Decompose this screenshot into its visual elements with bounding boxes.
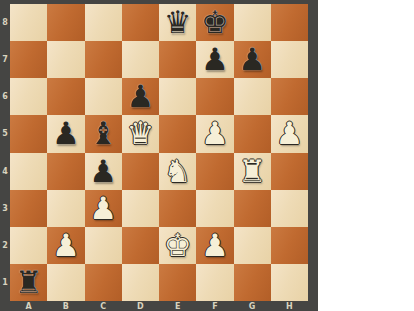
square-a5[interactable] <box>10 115 47 152</box>
square-h3[interactable] <box>271 190 308 227</box>
square-b2[interactable]: ♟ <box>47 227 84 264</box>
chess-board: ♛♚♟♟♟♟♝♛♟♟♟♞♜♟♟♚♟♜ <box>10 4 308 301</box>
white-queen[interactable]: ♛ <box>126 118 154 149</box>
square-e6[interactable] <box>159 78 196 115</box>
square-g2[interactable] <box>234 227 271 264</box>
square-c7[interactable] <box>85 41 122 78</box>
square-b8[interactable] <box>47 4 84 41</box>
square-e3[interactable] <box>159 190 196 227</box>
square-d7[interactable] <box>122 41 159 78</box>
square-c5[interactable]: ♝ <box>85 115 122 152</box>
black-queen[interactable]: ♛ <box>164 7 192 38</box>
rank-label-3: 3 <box>0 190 10 227</box>
square-d8[interactable] <box>122 4 159 41</box>
square-a6[interactable] <box>10 78 47 115</box>
square-h4[interactable] <box>271 153 308 190</box>
square-b5[interactable]: ♟ <box>47 115 84 152</box>
black-pawn[interactable]: ♟ <box>126 81 154 112</box>
square-g8[interactable] <box>234 4 271 41</box>
rank-label-8: 8 <box>0 4 10 41</box>
square-e5[interactable] <box>159 115 196 152</box>
square-g1[interactable] <box>234 264 271 301</box>
file-labels: ABCDEFGH <box>10 301 308 311</box>
square-d5[interactable]: ♛ <box>122 115 159 152</box>
square-b4[interactable] <box>47 153 84 190</box>
file-label-b: B <box>47 301 84 311</box>
white-pawn[interactable]: ♟ <box>275 118 303 149</box>
square-f1[interactable] <box>196 264 233 301</box>
black-rook[interactable]: ♜ <box>15 267 43 298</box>
white-king[interactable]: ♚ <box>164 230 192 261</box>
square-c3[interactable]: ♟ <box>85 190 122 227</box>
square-h2[interactable] <box>271 227 308 264</box>
white-pawn[interactable]: ♟ <box>52 230 80 261</box>
square-c2[interactable] <box>85 227 122 264</box>
white-pawn[interactable]: ♟ <box>201 230 229 261</box>
square-a4[interactable] <box>10 153 47 190</box>
black-pawn[interactable]: ♟ <box>89 156 117 187</box>
file-label-a: A <box>10 301 47 311</box>
white-rook[interactable]: ♜ <box>238 156 266 187</box>
square-a7[interactable] <box>10 41 47 78</box>
rank-label-2: 2 <box>0 227 10 264</box>
file-label-g: G <box>234 301 271 311</box>
chess-app: 87654321 ♛♚♟♟♟♟♝♛♟♟♟♞♜♟♟♚♟♜ ABCDEFGH <box>0 0 414 311</box>
rank-label-6: 6 <box>0 78 10 115</box>
square-b6[interactable] <box>47 78 84 115</box>
square-d2[interactable] <box>122 227 159 264</box>
file-label-f: F <box>196 301 233 311</box>
square-h8[interactable] <box>271 4 308 41</box>
square-e8[interactable]: ♛ <box>159 4 196 41</box>
square-g3[interactable] <box>234 190 271 227</box>
white-knight[interactable]: ♞ <box>164 156 192 187</box>
square-g5[interactable] <box>234 115 271 152</box>
square-h1[interactable] <box>271 264 308 301</box>
black-pawn[interactable]: ♟ <box>238 44 266 75</box>
square-a3[interactable] <box>10 190 47 227</box>
black-pawn[interactable]: ♟ <box>52 118 80 149</box>
square-d6[interactable]: ♟ <box>122 78 159 115</box>
square-d1[interactable] <box>122 264 159 301</box>
square-g6[interactable] <box>234 78 271 115</box>
square-e7[interactable] <box>159 41 196 78</box>
square-b1[interactable] <box>47 264 84 301</box>
square-h7[interactable] <box>271 41 308 78</box>
rank-label-1: 1 <box>0 264 10 301</box>
square-f7[interactable]: ♟ <box>196 41 233 78</box>
square-d3[interactable] <box>122 190 159 227</box>
rank-label-7: 7 <box>0 41 10 78</box>
white-pawn[interactable]: ♟ <box>89 193 117 224</box>
white-pawn[interactable]: ♟ <box>201 118 229 149</box>
square-f8[interactable]: ♚ <box>196 4 233 41</box>
square-h6[interactable] <box>271 78 308 115</box>
square-c1[interactable] <box>85 264 122 301</box>
square-f5[interactable]: ♟ <box>196 115 233 152</box>
square-c8[interactable] <box>85 4 122 41</box>
square-c6[interactable] <box>85 78 122 115</box>
square-f3[interactable] <box>196 190 233 227</box>
black-pawn[interactable]: ♟ <box>201 44 229 75</box>
square-e2[interactable]: ♚ <box>159 227 196 264</box>
file-label-e: E <box>159 301 196 311</box>
square-g7[interactable]: ♟ <box>234 41 271 78</box>
square-h5[interactable]: ♟ <box>271 115 308 152</box>
black-bishop[interactable]: ♝ <box>89 118 117 149</box>
file-label-d: D <box>122 301 159 311</box>
file-label-h: H <box>271 301 308 311</box>
square-f2[interactable]: ♟ <box>196 227 233 264</box>
black-king[interactable]: ♚ <box>201 7 229 38</box>
square-e4[interactable]: ♞ <box>159 153 196 190</box>
square-a1[interactable]: ♜ <box>10 264 47 301</box>
square-f4[interactable] <box>196 153 233 190</box>
rank-label-4: 4 <box>0 153 10 190</box>
square-b7[interactable] <box>47 41 84 78</box>
rank-labels: 87654321 <box>0 4 10 301</box>
square-b3[interactable] <box>47 190 84 227</box>
square-a2[interactable] <box>10 227 47 264</box>
board-frame: 87654321 ♛♚♟♟♟♟♝♛♟♟♟♞♜♟♟♚♟♜ ABCDEFGH <box>0 0 318 311</box>
square-c4[interactable]: ♟ <box>85 153 122 190</box>
square-g4[interactable]: ♜ <box>234 153 271 190</box>
file-label-c: C <box>85 301 122 311</box>
square-e1[interactable] <box>159 264 196 301</box>
square-a8[interactable] <box>10 4 47 41</box>
square-f6[interactable] <box>196 78 233 115</box>
rank-label-5: 5 <box>0 115 10 152</box>
square-d4[interactable] <box>122 153 159 190</box>
